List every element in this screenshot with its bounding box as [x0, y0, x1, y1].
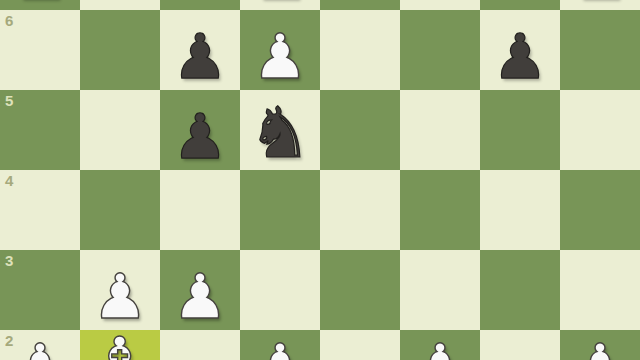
- square-h5[interactable]: [560, 90, 640, 170]
- square-g6[interactable]: ♟: [480, 10, 560, 90]
- square-b6[interactable]: [80, 10, 160, 90]
- square-g3[interactable]: [480, 250, 560, 330]
- white-bishop-b2[interactable]: ♝: [80, 328, 160, 360]
- board-rank-5: 5♟♞: [0, 90, 640, 170]
- rank-label-6: 6: [5, 13, 13, 28]
- square-f7[interactable]: [400, 0, 480, 10]
- square-c6[interactable]: ♟: [160, 10, 240, 90]
- white-pawn-d6[interactable]: ♟: [240, 26, 320, 88]
- square-f3[interactable]: [400, 250, 480, 330]
- square-g5[interactable]: [480, 90, 560, 170]
- square-c5[interactable]: ♟: [160, 90, 240, 170]
- square-d7[interactable]: ♟: [240, 0, 320, 10]
- board-rank-4: 4: [0, 170, 640, 250]
- white-pawn-d2[interactable]: ♟: [240, 336, 320, 360]
- square-c3[interactable]: ♟: [160, 250, 240, 330]
- square-a4[interactable]: 4: [0, 170, 80, 250]
- board-rank-6: 6♟♟♟: [0, 10, 640, 90]
- square-f5[interactable]: [400, 90, 480, 170]
- white-pawn-f2[interactable]: ♟: [400, 336, 480, 360]
- square-b7[interactable]: [80, 0, 160, 10]
- square-b4[interactable]: [80, 170, 160, 250]
- black-pawn-h7[interactable]: ♟: [560, 0, 640, 8]
- square-c4[interactable]: [160, 170, 240, 250]
- black-pawn-a7[interactable]: ♟: [0, 0, 80, 8]
- square-b5[interactable]: [80, 90, 160, 170]
- board-rank-3: 3♟♟: [0, 250, 640, 330]
- rank-label-4: 4: [5, 173, 13, 188]
- white-pawn-a2[interactable]: ♟: [0, 336, 80, 360]
- square-f4[interactable]: [400, 170, 480, 250]
- square-e4[interactable]: [320, 170, 400, 250]
- square-h4[interactable]: [560, 170, 640, 250]
- square-h6[interactable]: [560, 10, 640, 90]
- square-b2[interactable]: ♝: [80, 330, 160, 360]
- square-d2[interactable]: ♟: [240, 330, 320, 360]
- white-pawn-h2[interactable]: ♟: [560, 336, 640, 360]
- square-e3[interactable]: [320, 250, 400, 330]
- square-g7[interactable]: [480, 0, 560, 10]
- square-d5[interactable]: ♞: [240, 90, 320, 170]
- square-h7[interactable]: ♟: [560, 0, 640, 10]
- square-a6[interactable]: 6: [0, 10, 80, 90]
- square-e2[interactable]: [320, 330, 400, 360]
- square-a2[interactable]: 2♟: [0, 330, 80, 360]
- square-c2[interactable]: [160, 330, 240, 360]
- square-a5[interactable]: 5: [0, 90, 80, 170]
- square-a7[interactable]: ♟: [0, 0, 80, 10]
- board-rank-7: ♟♟♟: [0, 0, 640, 10]
- rank-label-3: 3: [5, 253, 13, 268]
- board-rank-2: 2♟♝♟♟♟: [0, 330, 640, 360]
- square-b3[interactable]: ♟: [80, 250, 160, 330]
- square-h3[interactable]: [560, 250, 640, 330]
- square-e5[interactable]: [320, 90, 400, 170]
- rank-label-5: 5: [5, 93, 13, 108]
- black-pawn-d7[interactable]: ♟: [240, 0, 320, 8]
- square-g4[interactable]: [480, 170, 560, 250]
- chess-board: ♟♟♟6♟♟♟5♟♞43♟♟2♟♝♟♟♟: [0, 0, 640, 360]
- square-g2[interactable]: [480, 330, 560, 360]
- square-d3[interactable]: [240, 250, 320, 330]
- square-d4[interactable]: [240, 170, 320, 250]
- square-e7[interactable]: [320, 0, 400, 10]
- white-pawn-b3[interactable]: ♟: [80, 266, 160, 328]
- square-e6[interactable]: [320, 10, 400, 90]
- black-pawn-g6[interactable]: ♟: [480, 26, 560, 88]
- square-a3[interactable]: 3: [0, 250, 80, 330]
- square-f2[interactable]: ♟: [400, 330, 480, 360]
- black-pawn-c6[interactable]: ♟: [160, 26, 240, 88]
- black-pawn-c5[interactable]: ♟: [160, 106, 240, 168]
- white-pawn-c3[interactable]: ♟: [160, 266, 240, 328]
- square-c7[interactable]: [160, 0, 240, 10]
- black-knight-d5[interactable]: ♞: [240, 98, 320, 168]
- square-d6[interactable]: ♟: [240, 10, 320, 90]
- square-h2[interactable]: ♟: [560, 330, 640, 360]
- square-f6[interactable]: [400, 10, 480, 90]
